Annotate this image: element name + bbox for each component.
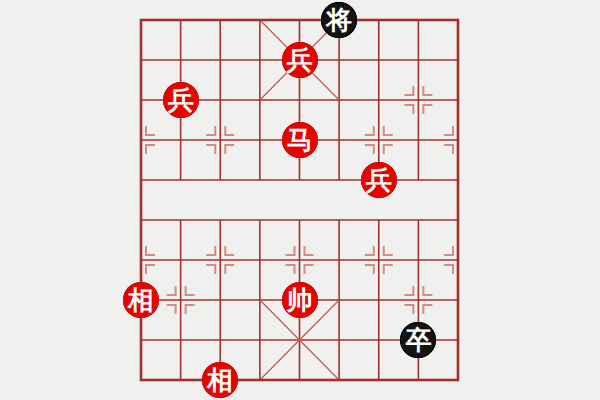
piece-red-pawn-3[interactable]: 兵: [361, 162, 397, 198]
board-intersections: 将兵兵马兵相帅卒相: [121, 0, 478, 400]
xiangqi-diagram: 将兵兵马兵相帅卒相: [0, 0, 600, 400]
piece-red-pawn-1[interactable]: 兵: [282, 42, 318, 78]
piece-black-general[interactable]: 将: [321, 2, 357, 38]
piece-black-pawn[interactable]: 卒: [400, 322, 436, 358]
piece-red-horse[interactable]: 马: [282, 122, 318, 158]
piece-red-elephant-1[interactable]: 相: [123, 282, 159, 318]
piece-red-general[interactable]: 帅: [282, 282, 318, 318]
piece-red-pawn-2[interactable]: 兵: [163, 82, 199, 118]
piece-red-elephant-2[interactable]: 相: [202, 362, 238, 398]
